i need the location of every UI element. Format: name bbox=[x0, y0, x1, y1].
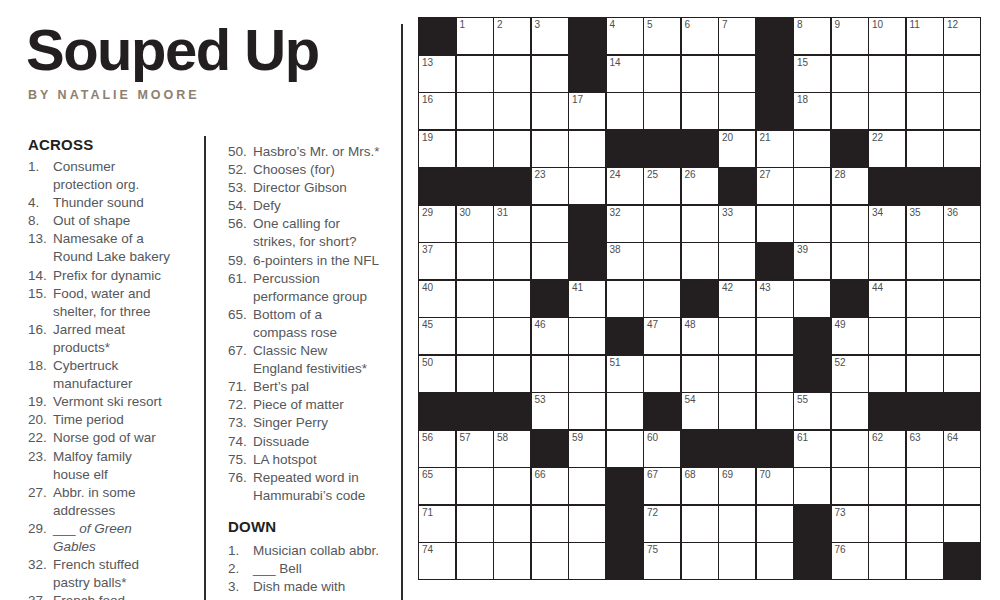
grid-cell[interactable]: 65 bbox=[419, 468, 455, 504]
grid-cell[interactable] bbox=[494, 356, 530, 392]
byline: BY NATALIE MOORE bbox=[28, 88, 200, 102]
cell-number: 72 bbox=[647, 507, 658, 518]
grid-cell[interactable]: 20 bbox=[719, 131, 755, 167]
grid-cell[interactable] bbox=[719, 506, 755, 542]
grid-cell[interactable] bbox=[944, 318, 980, 354]
grid-cell[interactable] bbox=[832, 56, 868, 92]
grid-cell[interactable] bbox=[757, 318, 793, 354]
grid-cell[interactable]: 44 bbox=[869, 281, 905, 317]
grid-cell[interactable] bbox=[607, 93, 643, 129]
grid-cell[interactable]: 24 bbox=[607, 168, 643, 204]
grid-cell[interactable] bbox=[494, 281, 530, 317]
grid-cell[interactable]: 30 bbox=[457, 206, 493, 242]
cell-number: 18 bbox=[797, 94, 808, 105]
black-cell bbox=[757, 93, 793, 129]
clue-number: 8. bbox=[28, 212, 53, 230]
grid-cell[interactable] bbox=[869, 93, 905, 129]
grid-cell[interactable] bbox=[832, 393, 868, 429]
grid-cell[interactable]: 67 bbox=[644, 468, 680, 504]
grid-cell[interactable]: 13 bbox=[419, 56, 455, 92]
grid-cell[interactable] bbox=[757, 506, 793, 542]
clue-column-2: 50.Hasbro’s Mr. or Mrs.*52.Chooses (for)… bbox=[228, 143, 398, 600]
cell-number: 36 bbox=[947, 207, 958, 218]
clue-item: 59.6-pointers in the NFL bbox=[228, 252, 398, 270]
black-cell bbox=[419, 393, 455, 429]
black-cell bbox=[794, 543, 830, 579]
clue-number: 1. bbox=[28, 158, 53, 176]
cell-number: 67 bbox=[647, 469, 658, 480]
grid-cell[interactable] bbox=[532, 131, 568, 167]
grid-cell[interactable] bbox=[869, 318, 905, 354]
grid-cell[interactable]: 6 bbox=[682, 18, 718, 54]
grid-cell[interactable] bbox=[532, 243, 568, 279]
grid-cell[interactable]: 42 bbox=[719, 281, 755, 317]
grid-cell[interactable] bbox=[907, 56, 943, 92]
clue-number: 59. bbox=[228, 252, 253, 270]
grid-cell[interactable]: 45 bbox=[419, 318, 455, 354]
page-title: Souped Up bbox=[26, 16, 319, 83]
clue-number: 23. bbox=[28, 448, 53, 466]
clue-item: 54.Defy bbox=[228, 197, 398, 215]
grid-cell[interactable] bbox=[607, 431, 643, 467]
grid-cell[interactable] bbox=[907, 356, 943, 392]
black-cell bbox=[869, 393, 905, 429]
grid-cell[interactable]: 74 bbox=[419, 543, 455, 579]
cell-number: 56 bbox=[422, 432, 433, 443]
grid-cell[interactable]: 39 bbox=[794, 243, 830, 279]
black-cell bbox=[944, 393, 980, 429]
grid-cell[interactable] bbox=[644, 93, 680, 129]
grid-cell[interactable]: 57 bbox=[457, 431, 493, 467]
cell-number: 55 bbox=[797, 394, 808, 405]
cell-number: 52 bbox=[835, 357, 846, 368]
grid-cell[interactable] bbox=[644, 206, 680, 242]
grid-cell[interactable]: 18 bbox=[794, 93, 830, 129]
cell-number: 71 bbox=[422, 507, 433, 518]
grid-cell[interactable] bbox=[569, 356, 605, 392]
cell-number: 76 bbox=[835, 544, 846, 555]
grid-cell[interactable] bbox=[869, 356, 905, 392]
grid-cell[interactable] bbox=[794, 168, 830, 204]
grid-cell[interactable] bbox=[494, 93, 530, 129]
clue-number: 75. bbox=[228, 451, 253, 469]
grid-cell[interactable] bbox=[907, 543, 943, 579]
black-cell bbox=[569, 18, 605, 54]
cell-number: 63 bbox=[910, 432, 921, 443]
grid-cell[interactable] bbox=[719, 243, 755, 279]
grid-cell[interactable] bbox=[682, 56, 718, 92]
grid-cell[interactable]: 17 bbox=[569, 93, 605, 129]
grid-cell[interactable] bbox=[944, 56, 980, 92]
clue-number: 1. bbox=[228, 542, 253, 560]
grid-cell[interactable] bbox=[907, 131, 943, 167]
cell-number: 61 bbox=[797, 432, 808, 443]
grid-cell[interactable] bbox=[757, 543, 793, 579]
grid-cell[interactable] bbox=[944, 281, 980, 317]
grid-cell[interactable] bbox=[794, 206, 830, 242]
grid-cell[interactable] bbox=[907, 468, 943, 504]
grid-cell[interactable] bbox=[944, 131, 980, 167]
grid-cell[interactable]: 15 bbox=[794, 56, 830, 92]
grid-cell[interactable] bbox=[644, 281, 680, 317]
column-divider-left bbox=[204, 136, 206, 600]
grid-cell[interactable]: 27 bbox=[757, 168, 793, 204]
grid-cell[interactable]: 64 bbox=[944, 431, 980, 467]
clue-item: 53.Director Gibson bbox=[228, 179, 398, 197]
grid-cell[interactable] bbox=[719, 318, 755, 354]
grid-cell[interactable]: 73 bbox=[832, 506, 868, 542]
clue-number: 22. bbox=[28, 429, 53, 447]
grid-cell[interactable] bbox=[794, 468, 830, 504]
clue-item: 15.Food, water andshelter, for three bbox=[28, 285, 198, 321]
grid-cell[interactable] bbox=[457, 243, 493, 279]
cell-number: 69 bbox=[722, 469, 733, 480]
grid-cell[interactable] bbox=[457, 543, 493, 579]
grid-cell[interactable]: 34 bbox=[869, 206, 905, 242]
grid-cell[interactable] bbox=[907, 281, 943, 317]
grid-cell[interactable] bbox=[644, 356, 680, 392]
black-cell bbox=[907, 168, 943, 204]
grid-cell[interactable] bbox=[907, 318, 943, 354]
grid-cell[interactable]: 69 bbox=[719, 468, 755, 504]
grid-cell[interactable] bbox=[832, 431, 868, 467]
clue-item: 23.Malfoy familyhouse elf bbox=[28, 448, 198, 484]
grid-cell[interactable]: 21 bbox=[757, 131, 793, 167]
grid-cell[interactable] bbox=[569, 506, 605, 542]
cell-number: 35 bbox=[910, 207, 921, 218]
cell-number: 45 bbox=[422, 319, 433, 330]
clue-number: 67. bbox=[228, 342, 253, 360]
grid-cell[interactable] bbox=[944, 468, 980, 504]
clue-item: 14.Prefix for dynamic bbox=[28, 267, 198, 285]
across-header: ACROSS bbox=[28, 136, 198, 153]
grid-cell[interactable]: 62 bbox=[869, 431, 905, 467]
cell-number: 43 bbox=[760, 282, 771, 293]
black-cell bbox=[457, 393, 493, 429]
magazine-puzzle-page: Souped Up BY NATALIE MOORE ACROSS 1.Cons… bbox=[0, 0, 1000, 600]
grid-cell[interactable]: 11 bbox=[907, 18, 943, 54]
grid-cell[interactable]: 55 bbox=[794, 393, 830, 429]
grid-cell[interactable] bbox=[832, 243, 868, 279]
cell-number: 66 bbox=[535, 469, 546, 480]
cell-number: 28 bbox=[835, 169, 846, 180]
grid-cell[interactable]: 1 bbox=[457, 18, 493, 54]
grid-cell[interactable] bbox=[532, 56, 568, 92]
grid-cell[interactable] bbox=[644, 56, 680, 92]
grid-cell[interactable] bbox=[719, 93, 755, 129]
grid-cell[interactable] bbox=[532, 356, 568, 392]
clue-item: 61.Percussionperformance group bbox=[228, 270, 398, 306]
grid-cell[interactable] bbox=[532, 206, 568, 242]
clue-number: 4. bbox=[28, 194, 53, 212]
grid-cell[interactable] bbox=[532, 93, 568, 129]
grid-cell[interactable]: 49 bbox=[832, 318, 868, 354]
grid-cell[interactable]: 60 bbox=[644, 431, 680, 467]
black-cell bbox=[457, 168, 493, 204]
grid-cell[interactable]: 61 bbox=[794, 431, 830, 467]
grid-cell[interactable]: 43 bbox=[757, 281, 793, 317]
grid-cell[interactable]: 10 bbox=[869, 18, 905, 54]
grid-cell[interactable] bbox=[682, 506, 718, 542]
grid-cell[interactable] bbox=[457, 93, 493, 129]
grid-cell[interactable] bbox=[719, 56, 755, 92]
black-cell bbox=[757, 56, 793, 92]
black-cell bbox=[644, 131, 680, 167]
grid-cell[interactable] bbox=[457, 468, 493, 504]
grid-cell[interactable]: 53 bbox=[532, 393, 568, 429]
grid-cell[interactable] bbox=[532, 543, 568, 579]
grid-cell[interactable]: 36 bbox=[944, 206, 980, 242]
grid-cell[interactable] bbox=[682, 206, 718, 242]
grid-cell[interactable]: 54 bbox=[682, 393, 718, 429]
clue-item: 4.Thunder sound bbox=[28, 194, 198, 212]
grid-cell[interactable] bbox=[832, 206, 868, 242]
clue-item: 1.Musician collab abbr. bbox=[228, 542, 398, 560]
grid-cell[interactable] bbox=[457, 131, 493, 167]
grid-cell[interactable]: 35 bbox=[907, 206, 943, 242]
grid-cell[interactable] bbox=[607, 393, 643, 429]
clue-item: 52.Chooses (for) bbox=[228, 161, 398, 179]
black-cell bbox=[419, 18, 455, 54]
cell-number: 73 bbox=[835, 507, 846, 518]
grid-cell[interactable] bbox=[457, 506, 493, 542]
grid-cell[interactable] bbox=[682, 543, 718, 579]
grid-cell[interactable] bbox=[719, 356, 755, 392]
black-cell bbox=[719, 431, 755, 467]
cell-number: 39 bbox=[797, 244, 808, 255]
grid-cell[interactable]: 41 bbox=[569, 281, 605, 317]
grid-cell[interactable]: 46 bbox=[532, 318, 568, 354]
grid-cell[interactable] bbox=[682, 93, 718, 129]
grid-cell[interactable]: 28 bbox=[832, 168, 868, 204]
clue-item: 74.Dissuade bbox=[228, 433, 398, 451]
grid-cell[interactable]: 70 bbox=[757, 468, 793, 504]
cell-number: 11 bbox=[910, 19, 920, 30]
cell-number: 31 bbox=[497, 207, 508, 218]
cell-number: 49 bbox=[835, 319, 846, 330]
grid-cell[interactable] bbox=[869, 506, 905, 542]
cell-number: 38 bbox=[610, 244, 621, 255]
cell-number: 17 bbox=[572, 94, 583, 105]
clue-number: 15. bbox=[28, 285, 53, 303]
black-cell bbox=[794, 506, 830, 542]
grid-cell[interactable]: 48 bbox=[682, 318, 718, 354]
grid-cell[interactable]: 9 bbox=[832, 18, 868, 54]
black-cell bbox=[832, 131, 868, 167]
cell-number: 41 bbox=[572, 282, 583, 293]
grid-cell[interactable]: 66 bbox=[532, 468, 568, 504]
grid-cell[interactable] bbox=[869, 468, 905, 504]
grid-cell[interactable]: 51 bbox=[607, 356, 643, 392]
grid-cell[interactable] bbox=[869, 56, 905, 92]
clue-number: 18. bbox=[28, 357, 53, 375]
grid-cell[interactable] bbox=[494, 468, 530, 504]
grid-cell[interactable] bbox=[569, 543, 605, 579]
cell-number: 51 bbox=[610, 357, 621, 368]
grid-cell[interactable]: 50 bbox=[419, 356, 455, 392]
cell-number: 70 bbox=[760, 469, 771, 480]
grid-cell[interactable] bbox=[682, 356, 718, 392]
black-cell bbox=[832, 281, 868, 317]
grid-cell[interactable] bbox=[682, 243, 718, 279]
cell-number: 7 bbox=[722, 19, 728, 30]
grid-cell[interactable]: 63 bbox=[907, 431, 943, 467]
grid-cell[interactable]: 19 bbox=[419, 131, 455, 167]
clue-number: 65. bbox=[228, 306, 253, 324]
clue-number: 2. bbox=[228, 560, 253, 578]
cell-number: 14 bbox=[610, 57, 621, 68]
cell-number: 53 bbox=[535, 394, 546, 405]
down-clues: 1.Musician collab abbr.2.___ Bell3.Dish … bbox=[228, 542, 398, 600]
grid-cell[interactable] bbox=[944, 356, 980, 392]
black-cell bbox=[682, 281, 718, 317]
down-header: DOWN bbox=[228, 518, 398, 535]
grid-cell[interactable]: 32 bbox=[607, 206, 643, 242]
clue-item: 27.Abbr. in someaddresses bbox=[28, 484, 198, 520]
grid-cell[interactable]: 4 bbox=[607, 18, 643, 54]
grid-cell[interactable]: 47 bbox=[644, 318, 680, 354]
grid-cell[interactable] bbox=[794, 281, 830, 317]
cell-number: 23 bbox=[535, 169, 546, 180]
clue-number: 74. bbox=[228, 433, 253, 451]
grid-cell[interactable] bbox=[719, 543, 755, 579]
grid-cell[interactable]: 3 bbox=[532, 18, 568, 54]
grid-cell[interactable]: 75 bbox=[644, 543, 680, 579]
grid-cell[interactable] bbox=[794, 131, 830, 167]
grid-cell[interactable] bbox=[457, 356, 493, 392]
grid-cell[interactable] bbox=[757, 206, 793, 242]
grid-cell[interactable] bbox=[757, 393, 793, 429]
grid-cell[interactable]: 23 bbox=[532, 168, 568, 204]
clue-number: 73. bbox=[228, 414, 253, 432]
grid-cell[interactable]: 12 bbox=[944, 18, 980, 54]
black-cell bbox=[719, 168, 755, 204]
grid-cell[interactable]: 5 bbox=[644, 18, 680, 54]
grid-cell[interactable] bbox=[569, 168, 605, 204]
grid-cell[interactable] bbox=[944, 93, 980, 129]
clue-item: 19.Vermont ski resort bbox=[28, 393, 198, 411]
grid-cell[interactable] bbox=[457, 318, 493, 354]
grid-cell[interactable] bbox=[494, 243, 530, 279]
grid-cell[interactable]: 56 bbox=[419, 431, 455, 467]
grid-cell[interactable]: 22 bbox=[869, 131, 905, 167]
cell-number: 19 bbox=[422, 132, 433, 143]
cell-number: 60 bbox=[647, 432, 658, 443]
grid-cell[interactable] bbox=[719, 393, 755, 429]
black-cell bbox=[757, 431, 793, 467]
grid-cell[interactable] bbox=[832, 468, 868, 504]
cell-number: 26 bbox=[685, 169, 696, 180]
grid-cell[interactable] bbox=[832, 93, 868, 129]
cell-number: 1 bbox=[460, 19, 466, 30]
grid-cell[interactable]: 14 bbox=[607, 56, 643, 92]
grid-cell[interactable]: 38 bbox=[607, 243, 643, 279]
grid-cell[interactable]: 29 bbox=[419, 206, 455, 242]
clue-item: 50.Hasbro’s Mr. or Mrs.* bbox=[228, 143, 398, 161]
grid-cell[interactable] bbox=[869, 243, 905, 279]
grid-cell[interactable] bbox=[907, 506, 943, 542]
clue-number: 53. bbox=[228, 179, 253, 197]
black-cell bbox=[757, 243, 793, 279]
grid-cell[interactable] bbox=[944, 243, 980, 279]
clue-number: 13. bbox=[28, 230, 53, 248]
grid-cell[interactable] bbox=[757, 356, 793, 392]
grid-cell[interactable] bbox=[944, 506, 980, 542]
across-clues-part1: 1.Consumerprotection org.4.Thunder sound… bbox=[28, 158, 198, 600]
grid-cell[interactable] bbox=[644, 243, 680, 279]
black-cell bbox=[644, 393, 680, 429]
black-cell bbox=[607, 468, 643, 504]
grid-cell[interactable] bbox=[569, 468, 605, 504]
grid-cell[interactable]: 37 bbox=[419, 243, 455, 279]
grid-cell[interactable]: 2 bbox=[494, 18, 530, 54]
cell-number: 58 bbox=[497, 432, 508, 443]
clue-item: 76.Repeated word inHammurabi’s code bbox=[228, 469, 398, 505]
cell-number: 27 bbox=[760, 169, 771, 180]
grid-cell[interactable]: 76 bbox=[832, 543, 868, 579]
black-cell bbox=[682, 131, 718, 167]
clue-number: 61. bbox=[228, 270, 253, 288]
grid-cell[interactable] bbox=[494, 56, 530, 92]
cell-number: 48 bbox=[685, 319, 696, 330]
grid-cell[interactable] bbox=[494, 318, 530, 354]
grid-cell[interactable] bbox=[569, 393, 605, 429]
grid-cell[interactable]: 72 bbox=[644, 506, 680, 542]
grid-cell[interactable] bbox=[569, 318, 605, 354]
black-cell bbox=[419, 168, 455, 204]
black-cell bbox=[607, 131, 643, 167]
grid-cell[interactable] bbox=[907, 93, 943, 129]
grid-cell[interactable]: 68 bbox=[682, 468, 718, 504]
grid-cell[interactable]: 16 bbox=[419, 93, 455, 129]
cell-number: 8 bbox=[797, 19, 803, 30]
grid-cell[interactable] bbox=[869, 543, 905, 579]
grid-cell[interactable]: 7 bbox=[719, 18, 755, 54]
black-cell bbox=[794, 356, 830, 392]
grid-cell[interactable]: 52 bbox=[832, 356, 868, 392]
grid-cell[interactable]: 58 bbox=[494, 431, 530, 467]
grid-cell[interactable] bbox=[907, 243, 943, 279]
clue-number: 37. bbox=[28, 592, 53, 600]
black-cell bbox=[532, 431, 568, 467]
grid-cell[interactable] bbox=[457, 281, 493, 317]
grid-cell[interactable]: 8 bbox=[794, 18, 830, 54]
grid-cell[interactable]: 59 bbox=[569, 431, 605, 467]
cell-number: 40 bbox=[422, 282, 433, 293]
grid-cell[interactable] bbox=[494, 543, 530, 579]
grid-cell[interactable] bbox=[494, 131, 530, 167]
grid-cell[interactable] bbox=[494, 506, 530, 542]
grid-cell[interactable]: 26 bbox=[682, 168, 718, 204]
grid-cell[interactable]: 71 bbox=[419, 506, 455, 542]
cell-number: 44 bbox=[872, 282, 883, 293]
grid-cell[interactable]: 25 bbox=[644, 168, 680, 204]
grid-cell[interactable] bbox=[532, 506, 568, 542]
cell-number: 33 bbox=[722, 207, 733, 218]
grid-cell[interactable] bbox=[569, 131, 605, 167]
black-cell bbox=[607, 318, 643, 354]
grid-cell[interactable] bbox=[607, 281, 643, 317]
grid-cell[interactable]: 31 bbox=[494, 206, 530, 242]
cell-number: 2 bbox=[497, 19, 503, 30]
cell-number: 74 bbox=[422, 544, 433, 555]
clue-item: 71.Bert’s pal bbox=[228, 378, 398, 396]
grid-cell[interactable] bbox=[457, 56, 493, 92]
clue-number: 52. bbox=[228, 161, 253, 179]
grid-cell[interactable]: 40 bbox=[419, 281, 455, 317]
clue-number: 16. bbox=[28, 321, 53, 339]
grid-cell[interactable]: 33 bbox=[719, 206, 755, 242]
